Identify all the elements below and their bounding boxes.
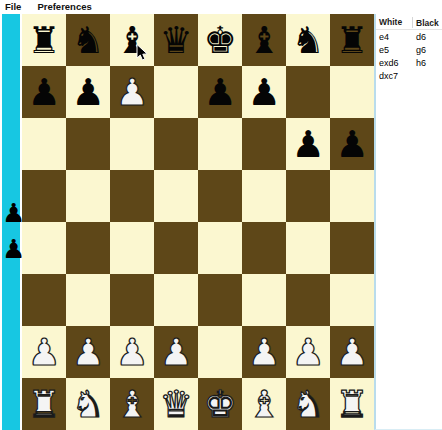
square-f6[interactable] — [242, 118, 286, 170]
square-a3[interactable] — [22, 274, 66, 326]
menu-preferences[interactable]: Preferences — [37, 0, 91, 14]
move-cell-black-4[interactable] — [413, 70, 442, 83]
move-list-panel: White Black e4d6e5g6exd6h6dxc7 — [374, 14, 442, 430]
square-c2[interactable]: ♟ — [110, 326, 154, 378]
piece-black-king[interactable]: ♚ — [203, 22, 236, 59]
square-c7[interactable]: ♟ — [110, 66, 154, 118]
square-e2[interactable] — [198, 326, 242, 378]
square-a7[interactable]: ♟ — [22, 66, 66, 118]
square-a6[interactable] — [22, 118, 66, 170]
square-f5[interactable] — [242, 170, 286, 222]
square-b7[interactable]: ♟ — [66, 66, 110, 118]
piece-white-bishop[interactable]: ♝ — [115, 386, 148, 423]
square-e7[interactable]: ♟ — [198, 66, 242, 118]
square-g7[interactable] — [286, 66, 330, 118]
square-g5[interactable] — [286, 170, 330, 222]
square-a4[interactable] — [22, 222, 66, 274]
piece-white-knight[interactable]: ♞ — [291, 386, 324, 423]
square-a2[interactable]: ♟ — [22, 326, 66, 378]
square-f2[interactable]: ♟ — [242, 326, 286, 378]
move-cell-black-1[interactable]: d6 — [413, 31, 442, 44]
square-g3[interactable] — [286, 274, 330, 326]
square-d3[interactable] — [154, 274, 198, 326]
move-row-4[interactable]: dxc7 — [379, 70, 442, 83]
square-d5[interactable] — [154, 170, 198, 222]
move-row-2[interactable]: e5g6 — [379, 44, 442, 57]
piece-black-pawn[interactable]: ♟ — [203, 74, 236, 111]
menu-file[interactable]: File — [5, 0, 21, 14]
square-e6[interactable] — [198, 118, 242, 170]
square-g2[interactable]: ♟ — [286, 326, 330, 378]
square-h3[interactable] — [330, 274, 374, 326]
square-h6[interactable]: ♟ — [330, 118, 374, 170]
square-e3[interactable] — [198, 274, 242, 326]
piece-black-queen[interactable]: ♛ — [159, 22, 192, 59]
captured-black-pawn: ♟ — [2, 196, 20, 230]
square-e1[interactable]: ♚ — [198, 378, 242, 430]
square-c1[interactable]: ♝ — [110, 378, 154, 430]
square-e4[interactable] — [198, 222, 242, 274]
piece-white-pawn[interactable]: ♟ — [71, 334, 104, 371]
square-d8[interactable]: ♛ — [154, 14, 198, 66]
square-f8[interactable]: ♝ — [242, 14, 286, 66]
captured-pieces-tray: ♟♟ — [2, 14, 20, 430]
square-h1[interactable]: ♜ — [330, 378, 374, 430]
square-b8[interactable]: ♞ — [66, 14, 110, 66]
piece-black-knight[interactable]: ♞ — [71, 22, 104, 59]
square-h5[interactable] — [330, 170, 374, 222]
piece-white-pawn[interactable]: ♟ — [115, 334, 148, 371]
piece-black-pawn[interactable]: ♟ — [27, 74, 60, 111]
square-a1[interactable]: ♜ — [22, 378, 66, 430]
piece-black-bishop[interactable]: ♝ — [247, 22, 280, 59]
move-cell-black-3[interactable]: h6 — [413, 57, 442, 70]
square-f1[interactable]: ♝ — [242, 378, 286, 430]
piece-black-rook[interactable]: ♜ — [27, 22, 60, 59]
square-f4[interactable] — [242, 222, 286, 274]
piece-black-pawn[interactable]: ♟ — [291, 126, 324, 163]
move-cell-white-3[interactable]: exd6 — [379, 57, 413, 70]
square-b4[interactable] — [66, 222, 110, 274]
move-cell-white-1[interactable]: e4 — [379, 31, 413, 44]
square-c8[interactable]: ♝ — [110, 14, 154, 66]
chess-board: ♜♞♝♛♚♝♞♜♟♟♟♟♟♟♟♟♟♟♟♟♟♟♜♞♝♛♚♝♞♜ — [22, 14, 374, 430]
square-c5[interactable] — [110, 170, 154, 222]
square-d2[interactable]: ♟ — [154, 326, 198, 378]
square-g4[interactable] — [286, 222, 330, 274]
square-e8[interactable]: ♚ — [198, 14, 242, 66]
move-list-header-white: White — [379, 17, 413, 28]
square-b1[interactable]: ♞ — [66, 378, 110, 430]
piece-white-pawn[interactable]: ♟ — [247, 334, 280, 371]
square-h7[interactable] — [330, 66, 374, 118]
square-d6[interactable] — [154, 118, 198, 170]
square-a8[interactable]: ♜ — [22, 14, 66, 66]
square-e5[interactable] — [198, 170, 242, 222]
piece-black-pawn[interactable]: ♟ — [335, 126, 368, 163]
piece-black-pawn[interactable]: ♟ — [71, 74, 104, 111]
square-h2[interactable]: ♟ — [330, 326, 374, 378]
piece-black-pawn[interactable]: ♟ — [247, 74, 280, 111]
square-g1[interactable]: ♞ — [286, 378, 330, 430]
square-d7[interactable] — [154, 66, 198, 118]
move-cell-white-4[interactable]: dxc7 — [379, 70, 413, 83]
move-row-3[interactable]: exd6h6 — [379, 57, 442, 70]
piece-white-knight[interactable]: ♞ — [71, 386, 104, 423]
square-c4[interactable] — [110, 222, 154, 274]
square-g6[interactable]: ♟ — [286, 118, 330, 170]
piece-white-pawn[interactable]: ♟ — [335, 334, 368, 371]
captured-black-pawn: ♟ — [2, 232, 20, 266]
square-h8[interactable]: ♜ — [330, 14, 374, 66]
piece-black-knight[interactable]: ♞ — [291, 22, 324, 59]
piece-white-rook[interactable]: ♜ — [27, 386, 60, 423]
square-h4[interactable] — [330, 222, 374, 274]
menu-bar: File Preferences — [0, 0, 442, 14]
piece-white-king[interactable]: ♚ — [203, 386, 236, 423]
square-d4[interactable] — [154, 222, 198, 274]
square-f7[interactable]: ♟ — [242, 66, 286, 118]
square-b2[interactable]: ♟ — [66, 326, 110, 378]
square-a5[interactable] — [22, 170, 66, 222]
piece-black-rook[interactable]: ♜ — [335, 22, 368, 59]
piece-white-pawn[interactable]: ♟ — [291, 334, 324, 371]
move-cell-black-2[interactable]: g6 — [413, 44, 442, 57]
piece-white-rook[interactable]: ♜ — [335, 386, 368, 423]
move-list[interactable]: e4d6e5g6exd6h6dxc7 — [376, 30, 442, 83]
square-f3[interactable] — [242, 274, 286, 326]
piece-white-bishop[interactable]: ♝ — [247, 386, 280, 423]
piece-white-pawn[interactable]: ♟ — [27, 334, 60, 371]
square-d1[interactable]: ♛ — [154, 378, 198, 430]
square-b5[interactable] — [66, 170, 110, 222]
square-b3[interactable] — [66, 274, 110, 326]
square-c3[interactable] — [110, 274, 154, 326]
piece-black-bishop[interactable]: ♝ — [115, 22, 148, 59]
move-list-header: White Black — [376, 16, 442, 30]
move-cell-white-2[interactable]: e5 — [379, 44, 413, 57]
square-b6[interactable] — [66, 118, 110, 170]
move-list-header-black: Black — [413, 18, 442, 28]
piece-white-pawn[interactable]: ♟ — [159, 334, 192, 371]
square-g8[interactable]: ♞ — [286, 14, 330, 66]
square-c6[interactable] — [110, 118, 154, 170]
piece-white-pawn[interactable]: ♟ — [115, 74, 148, 111]
move-row-1[interactable]: e4d6 — [379, 31, 442, 44]
piece-white-queen[interactable]: ♛ — [159, 386, 192, 423]
